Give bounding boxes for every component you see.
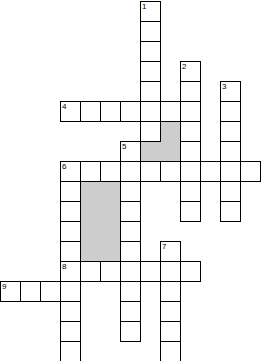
cell-r11c6[interactable] [120,221,141,242]
cell-r1c7[interactable] [140,21,161,42]
cell-r6c9[interactable] [180,121,201,142]
blocked-cell-r7c8 [160,141,181,162]
cell-r5c8[interactable] [160,101,181,122]
blocked-cell-r9c4 [80,181,101,202]
cell-r5c5[interactable] [100,101,121,122]
blocked-cell-r10c5 [100,201,121,222]
cell-r9c3[interactable] [60,181,81,202]
cell-r10c11[interactable] [220,201,241,222]
blocked-cell-r11c5 [100,221,121,242]
cell-r8c4[interactable] [80,161,101,182]
cell-r12c8[interactable]: 7 [160,241,181,262]
clue-number-7: 7 [162,242,166,251]
cell-r13c8[interactable] [160,261,181,282]
cell-r5c3[interactable]: 4 [60,101,81,122]
cell-r9c11[interactable] [220,181,241,202]
cell-r2c7[interactable] [140,41,161,62]
cell-r7c6[interactable]: 5 [120,141,141,162]
blocked-cell-r6c8 [160,121,181,142]
cell-r4c11[interactable]: 3 [220,81,241,102]
cell-r13c6[interactable] [120,261,141,282]
blocked-cell-r10c4 [80,201,101,222]
cell-r13c5[interactable] [100,261,121,282]
cell-r5c11[interactable] [220,101,241,122]
clue-number-3: 3 [222,82,226,91]
cell-r10c6[interactable] [120,201,141,222]
clue-number-6: 6 [62,162,66,171]
cell-r16c3[interactable] [60,321,81,342]
cell-r8c12[interactable] [240,161,261,182]
cell-r17c8[interactable] [160,341,181,361]
cell-r11c3[interactable] [60,221,81,242]
cell-r10c3[interactable] [60,201,81,222]
cell-r8c11[interactable] [220,161,241,182]
cell-r14c8[interactable] [160,281,181,302]
clue-number-2: 2 [182,62,186,71]
cell-r13c9[interactable] [180,261,201,282]
cell-r8c8[interactable] [160,161,181,182]
cell-r17c3[interactable] [60,341,81,361]
cell-r9c9[interactable] [180,181,201,202]
clue-number-5: 5 [122,142,126,151]
cell-r8c6[interactable] [120,161,141,182]
cell-r4c7[interactable] [140,81,161,102]
cell-r8c9[interactable] [180,161,201,182]
clue-number-1: 1 [142,2,146,11]
cell-r5c7[interactable] [140,101,161,122]
cell-r14c1[interactable] [20,281,41,302]
blocked-cell-r12c5 [100,241,121,262]
cell-r6c7[interactable] [140,121,161,142]
cell-r14c3[interactable] [60,281,81,302]
cell-r16c6[interactable] [120,321,141,342]
clue-number-4: 4 [62,102,66,111]
cell-r10c9[interactable] [180,201,201,222]
cell-r4c9[interactable] [180,81,201,102]
cell-r6c11[interactable] [220,121,241,142]
cell-r9c6[interactable] [120,181,141,202]
cell-r5c9[interactable] [180,101,201,122]
cell-r16c8[interactable] [160,321,181,342]
cell-r3c9[interactable]: 2 [180,61,201,82]
cell-r3c7[interactable] [140,61,161,82]
crossword-board: 123456789 [0,0,261,361]
blocked-cell-r11c4 [80,221,101,242]
cell-r15c3[interactable] [60,301,81,322]
cell-r8c5[interactable] [100,161,121,182]
cell-r5c6[interactable] [120,101,141,122]
cell-r13c7[interactable] [140,261,161,282]
cell-r8c7[interactable] [140,161,161,182]
cell-r8c10[interactable] [200,161,221,182]
blocked-cell-r12c4 [80,241,101,262]
cell-r14c0[interactable]: 9 [0,281,21,302]
cell-r15c6[interactable] [120,301,141,322]
cell-r13c4[interactable] [80,261,101,282]
cell-r7c11[interactable] [220,141,241,162]
cell-r12c6[interactable] [120,241,141,262]
blocked-cell-r7c7 [140,141,161,162]
cell-r8c3[interactable]: 6 [60,161,81,182]
cell-r7c9[interactable] [180,141,201,162]
cell-r15c8[interactable] [160,301,181,322]
clue-number-9: 9 [2,282,6,291]
cell-r12c3[interactable] [60,241,81,262]
cell-r14c6[interactable] [120,281,141,302]
cell-r0c7[interactable]: 1 [140,1,161,22]
cell-r14c2[interactable] [40,281,61,302]
blocked-cell-r9c5 [100,181,121,202]
cell-r5c4[interactable] [80,101,101,122]
clue-number-8: 8 [62,262,66,271]
cell-r13c3[interactable]: 8 [60,261,81,282]
